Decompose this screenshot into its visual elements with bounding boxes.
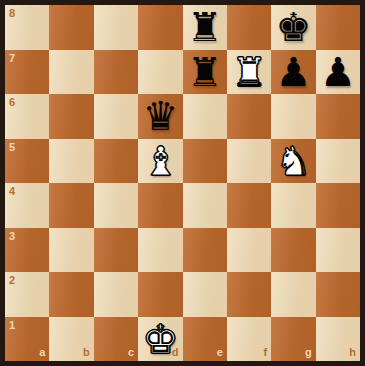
square-c3[interactable]: [94, 228, 138, 273]
square-f2[interactable]: [227, 272, 271, 317]
square-e2[interactable]: [183, 272, 227, 317]
square-c4[interactable]: [94, 183, 138, 228]
square-c6[interactable]: [94, 94, 138, 139]
black-rook-icon[interactable]: ♜: [187, 5, 223, 49]
square-f8[interactable]: [227, 5, 271, 50]
square-a7[interactable]: 7: [5, 50, 49, 95]
square-h2[interactable]: [316, 272, 360, 317]
square-f6[interactable]: [227, 94, 271, 139]
chess-app-window: 8♜♚7♜♜♟♟6♛5♝♞4321abcd♚efgh: [0, 0, 365, 366]
square-f4[interactable]: [227, 183, 271, 228]
file-label-c: c: [128, 347, 134, 358]
square-b6[interactable]: [49, 94, 93, 139]
square-g3[interactable]: [271, 228, 315, 273]
square-h5[interactable]: [316, 139, 360, 184]
square-d7[interactable]: [138, 50, 182, 95]
square-b4[interactable]: [49, 183, 93, 228]
square-d5[interactable]: ♝: [138, 139, 182, 184]
square-b1[interactable]: b: [49, 317, 93, 362]
square-e1[interactable]: e: [183, 317, 227, 362]
square-h8[interactable]: [316, 5, 360, 50]
square-f5[interactable]: [227, 139, 271, 184]
square-g7[interactable]: ♟: [271, 50, 315, 95]
file-label-h: h: [349, 347, 356, 358]
square-g8[interactable]: ♚: [271, 5, 315, 50]
square-a3[interactable]: 3: [5, 228, 49, 273]
rank-label-4: 4: [9, 186, 15, 197]
square-a1[interactable]: 1a: [5, 317, 49, 362]
white-rook-icon[interactable]: ♜: [231, 50, 267, 94]
black-king-icon[interactable]: ♚: [276, 5, 312, 49]
square-e4[interactable]: [183, 183, 227, 228]
square-a8[interactable]: 8: [5, 5, 49, 50]
square-d4[interactable]: [138, 183, 182, 228]
square-d1[interactable]: d♚: [138, 317, 182, 362]
square-f7[interactable]: ♜: [227, 50, 271, 95]
square-h6[interactable]: [316, 94, 360, 139]
square-b8[interactable]: [49, 5, 93, 50]
square-h4[interactable]: [316, 183, 360, 228]
square-d6[interactable]: ♛: [138, 94, 182, 139]
white-bishop-icon[interactable]: ♝: [142, 139, 178, 183]
square-h1[interactable]: h: [316, 317, 360, 362]
file-label-b: b: [83, 347, 90, 358]
rank-label-5: 5: [9, 142, 15, 153]
black-pawn-icon[interactable]: ♟: [320, 50, 356, 94]
square-e5[interactable]: [183, 139, 227, 184]
rank-label-8: 8: [9, 8, 15, 19]
square-g4[interactable]: [271, 183, 315, 228]
square-d2[interactable]: [138, 272, 182, 317]
file-label-g: g: [305, 347, 312, 358]
black-pawn-icon[interactable]: ♟: [276, 50, 312, 94]
square-e3[interactable]: [183, 228, 227, 273]
square-d8[interactable]: [138, 5, 182, 50]
square-c8[interactable]: [94, 5, 138, 50]
square-b2[interactable]: [49, 272, 93, 317]
white-knight-icon[interactable]: ♞: [276, 139, 312, 183]
square-c7[interactable]: [94, 50, 138, 95]
square-a2[interactable]: 2: [5, 272, 49, 317]
chess-board: 8♜♚7♜♜♟♟6♛5♝♞4321abcd♚efgh: [5, 5, 360, 361]
square-f1[interactable]: f: [227, 317, 271, 362]
square-e6[interactable]: [183, 94, 227, 139]
square-b3[interactable]: [49, 228, 93, 273]
square-a4[interactable]: 4: [5, 183, 49, 228]
square-d3[interactable]: [138, 228, 182, 273]
square-h3[interactable]: [316, 228, 360, 273]
file-label-e: e: [217, 347, 223, 358]
white-king-icon[interactable]: ♚: [142, 317, 178, 361]
rank-label-6: 6: [9, 97, 15, 108]
square-c1[interactable]: c: [94, 317, 138, 362]
rank-label-3: 3: [9, 231, 15, 242]
square-e8[interactable]: ♜: [183, 5, 227, 50]
square-c5[interactable]: [94, 139, 138, 184]
file-label-f: f: [264, 347, 268, 358]
square-g6[interactable]: [271, 94, 315, 139]
file-label-a: a: [39, 347, 45, 358]
rank-label-1: 1: [9, 320, 15, 331]
square-h7[interactable]: ♟: [316, 50, 360, 95]
square-b7[interactable]: [49, 50, 93, 95]
rank-label-2: 2: [9, 275, 15, 286]
square-e7[interactable]: ♜: [183, 50, 227, 95]
square-f3[interactable]: [227, 228, 271, 273]
black-rook-icon[interactable]: ♜: [187, 50, 223, 94]
square-g5[interactable]: ♞: [271, 139, 315, 184]
square-a6[interactable]: 6: [5, 94, 49, 139]
rank-label-7: 7: [9, 53, 15, 64]
square-b5[interactable]: [49, 139, 93, 184]
black-queen-icon[interactable]: ♛: [142, 94, 178, 138]
square-a5[interactable]: 5: [5, 139, 49, 184]
square-g1[interactable]: g: [271, 317, 315, 362]
square-c2[interactable]: [94, 272, 138, 317]
square-g2[interactable]: [271, 272, 315, 317]
